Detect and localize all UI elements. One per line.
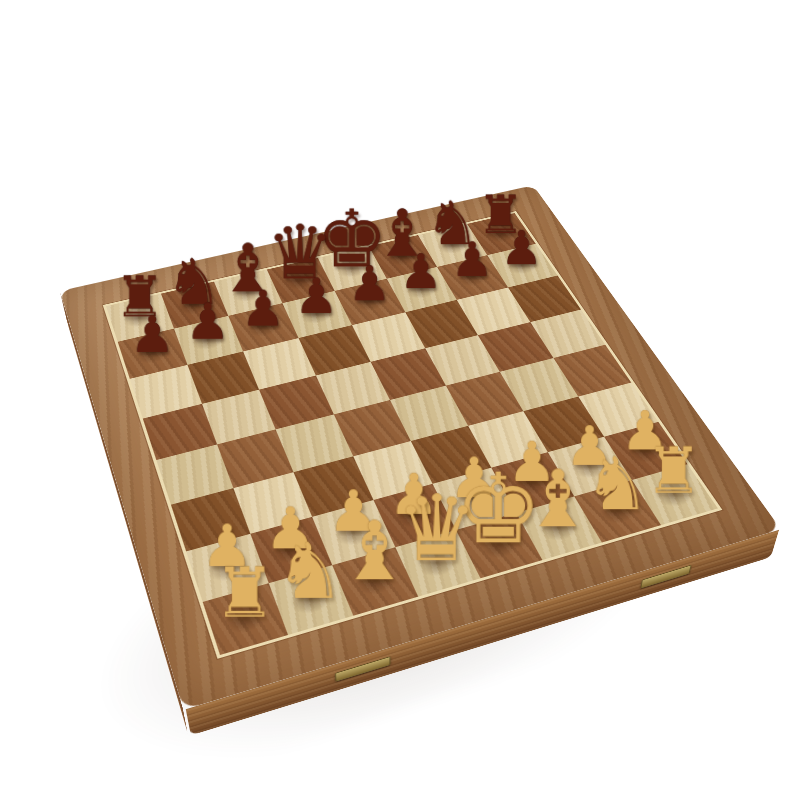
square-b4[interactable] [217, 429, 294, 488]
product-photo: ♜♞♝♛♚♝♞♜♟♟♟♟♟♟♟♟♟♟♟♟♟♟♟♟♜♞♝♛♚♝♞♜ [0, 0, 800, 800]
chess-board: ♜♞♝♛♚♝♞♜♟♟♟♟♟♟♟♟♟♟♟♟♟♟♟♟♜♞♝♛♚♝♞♜ [60, 185, 781, 710]
square-c4[interactable] [276, 415, 353, 472]
square-a5[interactable] [143, 404, 217, 460]
square-a4[interactable] [156, 445, 232, 505]
scene: ♜♞♝♛♚♝♞♜♟♟♟♟♟♟♟♟♟♟♟♟♟♟♟♟♜♞♝♛♚♝♞♜ [0, 0, 800, 800]
brass-hinge [640, 565, 691, 589]
square-d4[interactable] [333, 400, 410, 456]
